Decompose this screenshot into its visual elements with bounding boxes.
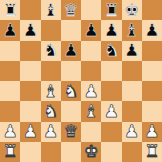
square-a5[interactable]	[0, 61, 20, 81]
black-pawn[interactable]: ♟	[3, 21, 18, 38]
square-h6[interactable]	[142, 41, 162, 61]
square-f2[interactable]	[101, 122, 121, 142]
white-queen[interactable]: ♛	[63, 123, 78, 140]
black-queen[interactable]: ♛	[63, 1, 78, 18]
square-d6[interactable]: ♟	[61, 41, 81, 61]
black-bishop[interactable]: ♝	[43, 1, 58, 18]
square-h3[interactable]	[142, 101, 162, 121]
square-a6[interactable]	[0, 41, 20, 61]
black-rook[interactable]: ♜	[3, 1, 18, 18]
square-e8[interactable]	[81, 0, 101, 20]
square-g5[interactable]	[122, 61, 142, 81]
white-knight[interactable]: ♞	[43, 102, 58, 119]
black-pawn[interactable]: ♟	[104, 21, 119, 38]
square-b3[interactable]	[20, 101, 40, 121]
square-g1[interactable]	[122, 142, 142, 162]
square-a3[interactable]	[0, 101, 20, 121]
white-bishop[interactable]: ♝	[43, 82, 58, 99]
square-f4[interactable]	[101, 81, 121, 101]
square-a2[interactable]: ♟	[0, 122, 20, 142]
white-pawn[interactable]: ♟	[124, 123, 139, 140]
square-e1[interactable]: ♚	[81, 142, 101, 162]
square-g2[interactable]: ♟	[122, 122, 142, 142]
square-b7[interactable]: ♟	[20, 20, 40, 40]
square-d1[interactable]	[61, 142, 81, 162]
square-f8[interactable]: ♜	[101, 0, 121, 20]
square-e7[interactable]: ♟	[81, 20, 101, 40]
square-b8[interactable]	[20, 0, 40, 20]
square-f3[interactable]: ♟	[101, 101, 121, 121]
square-h5[interactable]	[142, 61, 162, 81]
square-g4[interactable]	[122, 81, 142, 101]
black-king[interactable]: ♚	[124, 1, 139, 18]
square-f1[interactable]	[101, 142, 121, 162]
black-pawn[interactable]: ♟	[23, 21, 38, 38]
square-f6[interactable]: ♞	[101, 41, 121, 61]
white-rook[interactable]: ♜	[3, 143, 18, 160]
square-e5[interactable]	[81, 61, 101, 81]
square-e2[interactable]	[81, 122, 101, 142]
square-d8[interactable]: ♛	[61, 0, 81, 20]
square-b2[interactable]: ♟	[20, 122, 40, 142]
square-h8[interactable]	[142, 0, 162, 20]
white-pawn[interactable]: ♟	[43, 123, 58, 140]
square-h1[interactable]: ♜	[142, 142, 162, 162]
chess-board: ♜♝♛♜♚♟♟♟♟♝♟♞♟♞♟♝♞♟♞♝♟♟♟♟♛♟♟♜♚♜	[0, 0, 162, 162]
white-king[interactable]: ♚	[84, 143, 99, 160]
square-h7[interactable]: ♟	[142, 20, 162, 40]
square-c2[interactable]: ♟	[41, 122, 61, 142]
white-pawn[interactable]: ♟	[3, 123, 18, 140]
square-d7[interactable]	[61, 20, 81, 40]
black-bishop[interactable]: ♝	[124, 21, 139, 38]
square-e6[interactable]	[81, 41, 101, 61]
square-c5[interactable]	[41, 61, 61, 81]
square-a4[interactable]	[0, 81, 20, 101]
square-e4[interactable]: ♟	[81, 81, 101, 101]
square-c4[interactable]: ♝	[41, 81, 61, 101]
white-pawn[interactable]: ♟	[84, 82, 99, 99]
square-b1[interactable]	[20, 142, 40, 162]
square-c7[interactable]	[41, 20, 61, 40]
square-e3[interactable]: ♝	[81, 101, 101, 121]
white-bishop[interactable]: ♝	[84, 102, 99, 119]
square-d4[interactable]: ♞	[61, 81, 81, 101]
white-pawn[interactable]: ♟	[23, 123, 38, 140]
square-g8[interactable]: ♚	[122, 0, 142, 20]
square-g6[interactable]: ♟	[122, 41, 142, 61]
white-rook[interactable]: ♜	[144, 143, 159, 160]
square-h2[interactable]: ♟	[142, 122, 162, 142]
square-f5[interactable]	[101, 61, 121, 81]
square-a8[interactable]: ♜	[0, 0, 20, 20]
black-pawn[interactable]: ♟	[144, 21, 159, 38]
black-knight[interactable]: ♞	[43, 42, 58, 59]
black-pawn[interactable]: ♟	[84, 21, 99, 38]
black-knight[interactable]: ♞	[104, 42, 119, 59]
square-c3[interactable]: ♞	[41, 101, 61, 121]
black-rook[interactable]: ♜	[104, 1, 119, 18]
black-pawn[interactable]: ♟	[63, 42, 78, 59]
white-pawn[interactable]: ♟	[144, 123, 159, 140]
white-knight[interactable]: ♞	[63, 82, 78, 99]
square-f7[interactable]: ♟	[101, 20, 121, 40]
square-c6[interactable]: ♞	[41, 41, 61, 61]
square-d3[interactable]	[61, 101, 81, 121]
square-h4[interactable]	[142, 81, 162, 101]
square-g3[interactable]	[122, 101, 142, 121]
square-d2[interactable]: ♛	[61, 122, 81, 142]
square-c8[interactable]: ♝	[41, 0, 61, 20]
square-b6[interactable]	[20, 41, 40, 61]
black-pawn[interactable]: ♟	[124, 42, 139, 59]
square-b5[interactable]	[20, 61, 40, 81]
square-g7[interactable]: ♝	[122, 20, 142, 40]
square-a7[interactable]: ♟	[0, 20, 20, 40]
white-pawn[interactable]: ♟	[104, 102, 119, 119]
square-c1[interactable]	[41, 142, 61, 162]
square-a1[interactable]: ♜	[0, 142, 20, 162]
square-d5[interactable]	[61, 61, 81, 81]
square-b4[interactable]	[20, 81, 40, 101]
